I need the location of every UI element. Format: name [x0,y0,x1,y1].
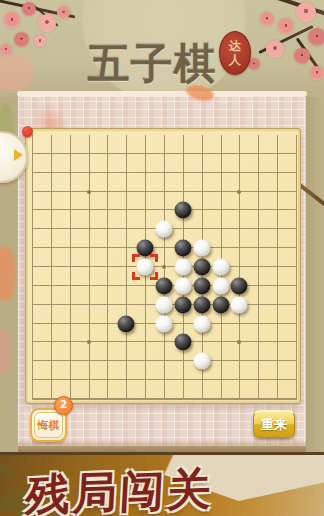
plum-blossom [57,6,70,19]
white-stone [156,315,173,332]
bottom-banner: 残局闯关 [0,452,324,516]
restart-button-label: 重来 [261,416,287,434]
black-stone [193,259,210,276]
last-move-marker [134,256,156,278]
white-stone [193,240,210,257]
page-title: 五子棋 [80,36,224,92]
plum-blossom [294,48,310,64]
white-stone [156,296,173,313]
star-point [87,340,91,344]
undo-count-badge: 2 [54,396,73,415]
white-stone [212,259,229,276]
star-point [87,190,91,194]
notification-dot [22,126,33,137]
plum-blossom [278,18,294,34]
black-stone [118,315,135,332]
star-point [237,340,241,344]
plum-blossom [22,2,36,16]
plum-blossom [260,12,274,26]
expert-seal-text: 达人 [228,39,242,67]
black-stone [193,277,210,294]
restart-button[interactable]: 重来 [253,410,295,438]
white-stone [212,277,229,294]
undo-button-label: 悔棋 [38,418,60,433]
plum-blossom [310,66,324,80]
board-grid[interactable] [32,135,297,400]
white-stone [174,259,191,276]
star-point [237,190,241,194]
plum-blossom [266,40,284,58]
white-stone [193,353,210,370]
black-stone [174,202,191,219]
plum-blossom [14,32,29,47]
white-stone [156,221,173,238]
plum-blossom [38,14,56,32]
star-point [162,265,166,269]
black-stone [174,240,191,257]
white-stone [174,277,191,294]
black-stone [212,296,229,313]
pink-wash [0,54,34,92]
chevron-right-icon [14,149,23,161]
plum-blossom [4,12,20,28]
black-stone [193,296,210,313]
plum-blossom [34,35,46,47]
gomoku-app: 五子棋 达人 悔棋 2 重来 残局闯关 [0,0,324,516]
black-stone [231,277,248,294]
header: 五子棋 达人 [0,0,324,92]
expert-seal-badge: 达人 [219,31,251,75]
white-stone [231,296,248,313]
black-stone [174,334,191,351]
black-stone [174,296,191,313]
plum-blossom [296,2,316,22]
right-edge-strip [306,97,324,452]
plum-blossom [308,28,324,46]
leaf-decoration [0,458,16,482]
white-stone [193,315,210,332]
banner-title: 残局闯关 [24,460,216,516]
gomoku-board[interactable] [26,129,300,403]
